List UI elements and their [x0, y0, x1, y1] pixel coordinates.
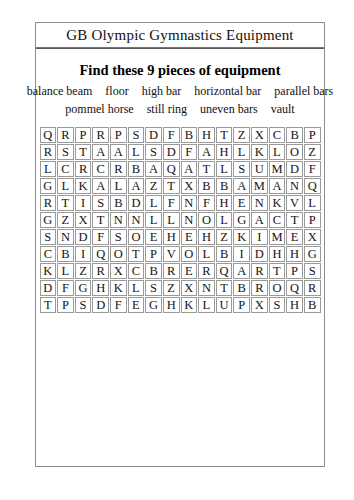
grid-cell[interactable]: M [269, 161, 286, 177]
grid-cell[interactable]: Q [40, 127, 57, 143]
grid-cell[interactable]: X [251, 297, 268, 313]
grid-cell[interactable]: D [92, 297, 109, 313]
grid-cell[interactable]: B [57, 246, 74, 262]
grid-cell[interactable]: K [269, 195, 286, 211]
grid-cell[interactable]: U [251, 161, 268, 177]
grid-cell[interactable]: V [163, 246, 180, 262]
grid-cell[interactable]: P [286, 263, 303, 279]
grid-cell[interactable]: E [128, 297, 145, 313]
grid-cell[interactable]: O [181, 246, 198, 262]
grid-cell[interactable]: N [198, 280, 215, 296]
grid-cell[interactable]: K [75, 178, 92, 194]
grid-cell[interactable]: E [286, 229, 303, 245]
grid-cell[interactable]: O [286, 144, 303, 160]
grid-cell[interactable]: D [75, 229, 92, 245]
grid-cell[interactable]: P [304, 127, 321, 143]
grid-cell[interactable]: Z [75, 263, 92, 279]
grid-cell[interactable]: S [304, 263, 321, 279]
grid-cell[interactable]: L [198, 297, 215, 313]
grid-cell[interactable]: T [40, 297, 57, 313]
grid-cell[interactable]: A [233, 178, 250, 194]
grid-cell[interactable]: K [233, 229, 250, 245]
grid-cell[interactable]: L [163, 212, 180, 228]
grid-cell[interactable]: I [251, 229, 268, 245]
grid-cell[interactable]: A [198, 144, 215, 160]
grid-cell[interactable]: T [57, 195, 74, 211]
word-item: parallel bars [274, 84, 333, 99]
grid-cell[interactable]: N [110, 212, 127, 228]
word-list-row-2: pommel horsestill ringuneven barsvault [36, 102, 324, 117]
grid-cell[interactable]: B [216, 178, 233, 194]
grid-cell[interactable]: A [145, 161, 162, 177]
grid-cell[interactable]: A [110, 144, 127, 160]
grid-cell[interactable]: S [128, 127, 145, 143]
grid-cell[interactable]: S [110, 229, 127, 245]
grid-cell[interactable]: H [216, 144, 233, 160]
grid-cell[interactable]: G [304, 246, 321, 262]
grid-cell[interactable]: Q [92, 246, 109, 262]
grid-cell[interactable]: I [75, 246, 92, 262]
grid-cell[interactable]: L [128, 144, 145, 160]
grid-cell[interactable]: F [304, 161, 321, 177]
grid-cell[interactable]: C [128, 263, 145, 279]
grid-cell[interactable]: R [92, 263, 109, 279]
grid-cell[interactable]: A [269, 178, 286, 194]
grid-cell[interactable]: L [304, 195, 321, 211]
grid-cell[interactable]: D [40, 280, 57, 296]
grid-cell[interactable]: G [75, 280, 92, 296]
grid-cell[interactable]: E [233, 195, 250, 211]
grid-cell[interactable]: M [269, 229, 286, 245]
grid-cell[interactable]: Q [216, 263, 233, 279]
word-item: pommel horse [65, 102, 133, 117]
worksheet-page: GB Olympic Gymnastics Equipment Find the… [35, 22, 325, 467]
grid-cell[interactable]: C [92, 161, 109, 177]
grid-cell[interactable]: A [92, 178, 109, 194]
grid-cell[interactable]: G [40, 212, 57, 228]
grid-cell[interactable]: I [75, 195, 92, 211]
grid-cell[interactable]: S [57, 144, 74, 160]
grid-cell[interactable]: Q [304, 178, 321, 194]
grid-cell[interactable]: L [216, 212, 233, 228]
grid-cell[interactable]: S [269, 297, 286, 313]
grid-cell[interactable]: N [57, 229, 74, 245]
grid-cell[interactable]: P [233, 297, 250, 313]
grid-cell[interactable]: K [181, 297, 198, 313]
grid-cell[interactable]: F [163, 195, 180, 211]
grid-cell[interactable]: Q [163, 161, 180, 177]
word-item: still ring [147, 102, 187, 117]
grid-cell[interactable]: B [286, 127, 303, 143]
grid-cell[interactable]: H [92, 280, 109, 296]
grid-cell[interactable]: F [181, 144, 198, 160]
grid-cell[interactable]: F [163, 127, 180, 143]
grid-cell[interactable]: P [110, 127, 127, 143]
grid-cell[interactable]: U [216, 297, 233, 313]
grid-cell[interactable]: L [57, 178, 74, 194]
grid-cell[interactable]: Z [304, 144, 321, 160]
grid-cell[interactable]: Z [57, 212, 74, 228]
grid-cell[interactable]: O [110, 246, 127, 262]
grid-cell[interactable]: R [251, 280, 268, 296]
grid-cell[interactable]: A [181, 161, 198, 177]
grid-cell[interactable]: X [251, 127, 268, 143]
grid-cell[interactable]: A [251, 212, 268, 228]
grid-cell[interactable]: R [57, 127, 74, 143]
grid-cell[interactable]: O [269, 280, 286, 296]
grid-cell[interactable]: L [57, 263, 74, 279]
grid-cell[interactable]: A [128, 178, 145, 194]
grid-cell[interactable]: T [92, 212, 109, 228]
grid-cell[interactable]: R [75, 161, 92, 177]
grid-cell[interactable]: B [110, 195, 127, 211]
grid-cell[interactable]: S [145, 144, 162, 160]
grid-cell[interactable]: L [269, 144, 286, 160]
grid-cell[interactable]: H [286, 297, 303, 313]
grid-cell[interactable]: S [75, 297, 92, 313]
grid-cell[interactable]: K [251, 144, 268, 160]
grid-cell[interactable]: C [40, 246, 57, 262]
grid-cell[interactable]: L [145, 212, 162, 228]
grid-cell[interactable]: H [163, 297, 180, 313]
grid-cell[interactable]: O [198, 212, 215, 228]
grid-cell[interactable]: T [75, 144, 92, 160]
word-item: balance beam [27, 84, 93, 99]
grid-cell[interactable]: Z [145, 178, 162, 194]
grid-cell[interactable]: D [251, 246, 268, 262]
grid-cell[interactable]: R [40, 144, 57, 160]
grid-cell[interactable]: R [163, 263, 180, 279]
grid-cell[interactable]: L [216, 161, 233, 177]
grid-cell[interactable]: L [233, 144, 250, 160]
word-item: floor [105, 84, 128, 99]
grid-cell[interactable]: F [57, 280, 74, 296]
grid-cell[interactable]: D [286, 161, 303, 177]
word-item: high bar [142, 84, 182, 99]
grid-cell[interactable]: P [304, 212, 321, 228]
word-list-row-1: balance beamfloorhigh barhorizontal barp… [36, 84, 324, 99]
grid-cell[interactable]: D [163, 144, 180, 160]
grid-cell[interactable]: R [92, 127, 109, 143]
grid-cell[interactable]: Z [163, 280, 180, 296]
grid-cell[interactable]: E [181, 229, 198, 245]
grid-cell[interactable]: T [198, 161, 215, 177]
grid-cell[interactable]: C [57, 161, 74, 177]
grid-cell[interactable]: G [40, 178, 57, 194]
grid-cell[interactable]: N [286, 178, 303, 194]
grid-cell[interactable]: H [216, 195, 233, 211]
grid-cell[interactable]: H [198, 127, 215, 143]
grid-cell[interactable]: B [198, 178, 215, 194]
grid-cell[interactable]: D [145, 127, 162, 143]
grid-cell[interactable]: S [40, 229, 57, 245]
grid-cell[interactable]: H [163, 229, 180, 245]
grid-cell[interactable]: X [181, 178, 198, 194]
grid-cell[interactable]: L [40, 161, 57, 177]
grid-cell[interactable]: R [110, 161, 127, 177]
grid-cell[interactable]: F [110, 297, 127, 313]
page-title: GB Olympic Gymnastics Equipment [66, 27, 293, 44]
grid-cell[interactable]: X [181, 280, 198, 296]
grid-cell[interactable]: R [304, 280, 321, 296]
grid-cell[interactable]: G [145, 297, 162, 313]
grid-cell[interactable]: X [304, 229, 321, 245]
grid-cell[interactable]: N [181, 195, 198, 211]
grid-cell[interactable]: S [145, 280, 162, 296]
grid-cell[interactable]: G [233, 212, 250, 228]
grid-cell[interactable]: O [128, 229, 145, 245]
grid-cell[interactable]: B [181, 127, 198, 143]
word-search-grid: QRPRPSDFBHTZXCBPRSTAALSDFAHLKLOZLCRCRBAQ… [40, 127, 321, 313]
grid-cell[interactable]: T [216, 280, 233, 296]
grid-cell[interactable]: X [110, 263, 127, 279]
grid-cell[interactable]: R [251, 263, 268, 279]
grid-cell[interactable]: P [75, 127, 92, 143]
word-item: uneven bars [200, 102, 258, 117]
grid-cell[interactable]: N [128, 212, 145, 228]
grid-cell[interactable]: N [251, 195, 268, 211]
grid-cell[interactable]: P [145, 246, 162, 262]
grid-cell[interactable]: T [163, 178, 180, 194]
grid-cell[interactable]: R [198, 263, 215, 279]
puzzle-heading: Find these 9 pieces of equipment [36, 62, 324, 79]
grid-cell[interactable]: V [286, 195, 303, 211]
grid-cell[interactable]: F [92, 229, 109, 245]
grid-cell[interactable]: T [216, 127, 233, 143]
grid-cell[interactable]: B [128, 161, 145, 177]
grid-cell[interactable]: B [216, 246, 233, 262]
grid-cell[interactable]: B [145, 263, 162, 279]
grid-cell[interactable]: N [181, 212, 198, 228]
grid-cell[interactable]: H [269, 246, 286, 262]
word-item: horizontal bar [194, 84, 261, 99]
grid-cell[interactable]: L [198, 246, 215, 262]
grid-cell[interactable]: L [145, 195, 162, 211]
grid-cell[interactable]: Z [216, 229, 233, 245]
grid-cell[interactable]: M [251, 178, 268, 194]
grid-cell[interactable]: S [92, 195, 109, 211]
grid-cell[interactable]: R [40, 195, 57, 211]
grid-cell[interactable]: Q [286, 280, 303, 296]
grid-cell[interactable]: C [269, 212, 286, 228]
grid-cell[interactable]: B [304, 297, 321, 313]
grid-cell[interactable]: K [40, 263, 57, 279]
grid-cell[interactable]: K [110, 280, 127, 296]
grid-cell[interactable]: H [286, 246, 303, 262]
grid-cell[interactable]: C [269, 127, 286, 143]
grid-cell[interactable]: A [233, 263, 250, 279]
grid-cell[interactable]: P [57, 297, 74, 313]
grid-cell[interactable]: T [269, 263, 286, 279]
grid-cell[interactable]: X [75, 212, 92, 228]
grid-cell[interactable]: D [128, 195, 145, 211]
grid-cell[interactable]: T [128, 246, 145, 262]
grid-cell[interactable]: H [198, 229, 215, 245]
grid-cell[interactable]: E [145, 229, 162, 245]
word-item: vault [271, 102, 295, 117]
grid-cell[interactable]: A [92, 144, 109, 160]
grid-cell[interactable]: T [286, 212, 303, 228]
grid-cell[interactable]: E [181, 263, 198, 279]
grid-cell[interactable]: I [233, 246, 250, 262]
grid-cell[interactable]: L [110, 178, 127, 194]
grid-cell[interactable]: B [233, 280, 250, 296]
grid-cell[interactable]: F [198, 195, 215, 211]
title-bar: GB Olympic Gymnastics Equipment [36, 23, 324, 49]
grid-cell[interactable]: Z [233, 127, 250, 143]
grid-cell[interactable]: S [233, 161, 250, 177]
grid-cell[interactable]: L [128, 280, 145, 296]
